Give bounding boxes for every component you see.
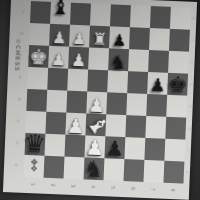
square-f8[interactable] (130, 5, 151, 28)
square-d5[interactable] (87, 69, 108, 92)
rank-label-right-5: 5 (188, 83, 193, 86)
piece-white-pawn-d4[interactable]: ♟ (86, 91, 107, 114)
file-label-bottom-5: 5 (110, 185, 116, 191)
rank-label-left-c: c (16, 120, 21, 123)
square-c1[interactable] (64, 157, 85, 180)
square-g2[interactable] (144, 138, 165, 161)
rank-label-left-a: a (14, 164, 19, 167)
rank-label-right-1: 1 (185, 171, 190, 174)
rank-label-left-g: g (19, 32, 24, 35)
square-b4[interactable] (46, 90, 67, 113)
square-g6[interactable] (148, 50, 169, 73)
piece-white-pawn-b7[interactable]: ♟ (49, 24, 70, 47)
square-f5[interactable] (127, 71, 148, 94)
square-c5[interactable] (67, 69, 88, 92)
square-e5[interactable] (107, 70, 128, 93)
square-h4[interactable] (166, 95, 187, 118)
square-h1[interactable] (163, 161, 184, 184)
rank-label-left-e: e (18, 76, 23, 79)
piece-black-pawn-e7[interactable]: ♟ (109, 26, 130, 49)
file-label-bottom-7: 7 (150, 186, 156, 192)
rank-label-right-6: 6 (189, 61, 194, 64)
square-b1[interactable] (44, 156, 65, 179)
file-label-bottom-1: 1 (30, 181, 36, 187)
rank-label-right-4: 4 (188, 105, 193, 108)
square-f1[interactable] (124, 159, 145, 182)
rank-label-left-d: d (17, 98, 22, 101)
square-d6[interactable] (88, 47, 109, 70)
square-h2[interactable] (164, 139, 185, 162)
square-g7[interactable] (149, 28, 170, 51)
square-d8[interactable] (90, 4, 111, 27)
square-a5[interactable] (27, 67, 48, 90)
square-b3[interactable] (45, 112, 66, 135)
piece-white-pawn-c7[interactable]: ♟ (69, 25, 90, 48)
square-f2[interactable] (124, 137, 145, 160)
square-e4[interactable] (106, 92, 127, 115)
square-f6[interactable] (128, 49, 149, 72)
file-label-bottom-3: 3 (70, 183, 76, 189)
square-c4[interactable] (66, 91, 87, 114)
square-c8[interactable] (70, 3, 91, 26)
square-g4[interactable] (146, 94, 167, 117)
square-h8[interactable] (170, 7, 191, 30)
chess-board-mat: ♔CHESS ❖✥♝♟♟♜♟♚♟♟♞♟♚♟♟♝♟♟♛♞ 12345678abcd… (3, 0, 197, 200)
rank-label-right-3: 3 (187, 127, 192, 130)
piece-white-rook-d7[interactable]: ♜ (89, 26, 110, 49)
square-f4[interactable] (126, 93, 147, 116)
file-label-bottom-4: 4 (90, 184, 96, 190)
file-label-bottom-2: 2 (50, 182, 56, 188)
square-a7[interactable] (29, 23, 50, 46)
piece-black-knight-d1[interactable]: ♞ (84, 157, 105, 180)
square-b2[interactable] (44, 134, 65, 157)
piece-white-king-a6[interactable]: ♚ (28, 45, 49, 68)
piece-white-pawn-c6[interactable]: ♟ (68, 47, 89, 70)
file-label-bottom-6: 6 (130, 185, 136, 191)
file-label-bottom-8: 8 (170, 187, 176, 193)
rank-label-right-8: 8 (191, 17, 196, 20)
piece-black-bishop-b8[interactable]: ♝ (50, 0, 71, 18)
square-e8[interactable] (110, 4, 131, 27)
square-h7[interactable] (169, 29, 190, 52)
square-h3[interactable] (165, 117, 186, 140)
square-f3[interactable] (125, 115, 146, 138)
rank-label-right-7: 7 (190, 39, 195, 42)
piece-black-queen-a2[interactable]: ♛ (25, 133, 46, 156)
square-a8[interactable] (30, 1, 51, 24)
square-g8[interactable] (150, 6, 171, 29)
square-b5[interactable] (47, 68, 68, 91)
piece-white-pawn-b6[interactable]: ♟ (48, 46, 69, 69)
square-e1[interactable] (104, 158, 125, 181)
square-g1[interactable] (143, 160, 164, 183)
piece-black-pawn-g5[interactable]: ♟ (147, 72, 168, 95)
square-h6[interactable] (168, 51, 189, 74)
rank-label-left-b: b (15, 142, 20, 145)
rank-label-left-f: f (18, 54, 23, 56)
piece-black-king-h5[interactable]: ♚ (167, 73, 188, 96)
square-g3[interactable] (145, 116, 166, 139)
square-f7[interactable] (129, 27, 150, 50)
rank-label-left-h: h (20, 10, 25, 13)
square-a4[interactable] (26, 89, 47, 112)
piece-black-pawn-e2[interactable]: ♟ (104, 136, 125, 159)
rank-label-right-2: 2 (186, 149, 191, 152)
photo-frame: ♔CHESS ❖✥♝♟♟♜♟♚♟♟♞♟♚♟♟♝♟♟♛♞ 12345678abcd… (0, 0, 200, 200)
piece-black-knight-e6[interactable]: ♞ (108, 48, 129, 71)
